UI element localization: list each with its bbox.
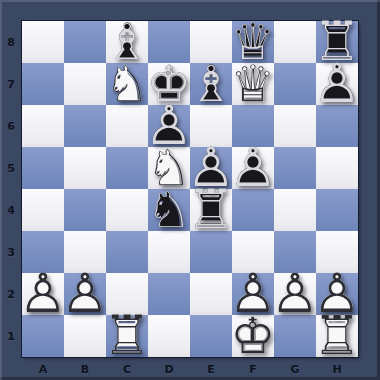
white-rook-detail-icon: ♖ — [316, 315, 358, 357]
square-e2[interactable] — [190, 273, 232, 315]
square-h4[interactable] — [316, 189, 358, 231]
file-label-a: A — [22, 358, 64, 380]
square-b4[interactable] — [64, 189, 106, 231]
square-g4[interactable] — [274, 189, 316, 231]
file-label-d: D — [148, 358, 190, 380]
square-b6[interactable] — [64, 105, 106, 147]
piece-black-rook[interactable]: ♜♖ — [190, 189, 232, 231]
piece-white-pawn[interactable]: ♟♙ — [64, 273, 106, 315]
square-a7[interactable] — [22, 63, 64, 105]
piece-white-rook[interactable]: ♜♖ — [106, 315, 148, 357]
square-h1[interactable]: ♜♖ — [316, 315, 358, 357]
chess-board: ♝♗♛♕♜♖♞♘♚♔♝♗♛♕♟♙♟♙♞♘♟♙♟♙♞♘♜♖♟♙♟♙♟♙♟♙♟♙♜♖… — [22, 21, 358, 357]
square-f7[interactable]: ♛♕ — [232, 63, 274, 105]
black-rook-detail-icon: ♖ — [190, 189, 232, 231]
square-g8[interactable] — [274, 21, 316, 63]
square-g2[interactable]: ♟♙ — [274, 273, 316, 315]
square-b5[interactable] — [64, 147, 106, 189]
chess-board-frame: 87654321 ABCDEFGH ♝♗♛♕♜♖♞♘♚♔♝♗♛♕♟♙♟♙♞♘♟♙… — [0, 0, 380, 380]
rank-label-6: 6 — [0, 105, 22, 147]
square-d1[interactable] — [148, 315, 190, 357]
piece-black-pawn[interactable]: ♟♙ — [316, 63, 358, 105]
file-label-b: B — [64, 358, 106, 380]
square-b8[interactable] — [64, 21, 106, 63]
piece-black-pawn[interactable]: ♟♙ — [232, 147, 274, 189]
square-c7[interactable]: ♞♘ — [106, 63, 148, 105]
piece-white-queen[interactable]: ♛♕ — [232, 63, 274, 105]
square-e7[interactable]: ♝♗ — [190, 63, 232, 105]
rank-label-8: 8 — [0, 21, 22, 63]
piece-white-pawn[interactable]: ♟♙ — [274, 273, 316, 315]
rank-label-5: 5 — [0, 147, 22, 189]
square-a6[interactable] — [22, 105, 64, 147]
piece-black-bishop[interactable]: ♝♗ — [190, 63, 232, 105]
black-knight-detail-icon: ♘ — [148, 189, 190, 231]
square-a2[interactable]: ♟♙ — [22, 273, 64, 315]
white-pawn-detail-icon: ♙ — [22, 273, 64, 315]
square-h7[interactable]: ♟♙ — [316, 63, 358, 105]
square-a8[interactable] — [22, 21, 64, 63]
file-label-g: G — [274, 358, 316, 380]
square-f1[interactable]: ♚♔ — [232, 315, 274, 357]
white-pawn-detail-icon: ♙ — [64, 273, 106, 315]
piece-white-knight[interactable]: ♞♘ — [106, 63, 148, 105]
square-c5[interactable] — [106, 147, 148, 189]
piece-white-pawn[interactable]: ♟♙ — [22, 273, 64, 315]
square-d4[interactable]: ♞♘ — [148, 189, 190, 231]
piece-white-king[interactable]: ♚♔ — [232, 315, 274, 357]
white-rook-detail-icon: ♖ — [106, 315, 148, 357]
square-a4[interactable] — [22, 189, 64, 231]
square-f5[interactable]: ♟♙ — [232, 147, 274, 189]
piece-white-rook[interactable]: ♜♖ — [316, 315, 358, 357]
square-e4[interactable]: ♜♖ — [190, 189, 232, 231]
black-pawn-detail-icon: ♙ — [232, 147, 274, 189]
square-b2[interactable]: ♟♙ — [64, 273, 106, 315]
square-c3[interactable] — [106, 231, 148, 273]
square-a5[interactable] — [22, 147, 64, 189]
square-g6[interactable] — [274, 105, 316, 147]
black-pawn-detail-icon: ♙ — [316, 63, 358, 105]
square-b7[interactable] — [64, 63, 106, 105]
square-g7[interactable] — [274, 63, 316, 105]
file-labels: ABCDEFGH — [22, 358, 358, 380]
square-e1[interactable] — [190, 315, 232, 357]
file-label-e: E — [190, 358, 232, 380]
square-g5[interactable] — [274, 147, 316, 189]
piece-black-knight[interactable]: ♞♘ — [148, 189, 190, 231]
rank-label-7: 7 — [0, 63, 22, 105]
white-king-detail-icon: ♔ — [232, 315, 274, 357]
square-d2[interactable] — [148, 273, 190, 315]
black-bishop-detail-icon: ♗ — [190, 63, 232, 105]
square-c1[interactable]: ♜♖ — [106, 315, 148, 357]
white-queen-detail-icon: ♕ — [232, 63, 274, 105]
white-pawn-detail-icon: ♙ — [274, 273, 316, 315]
square-c4[interactable] — [106, 189, 148, 231]
white-knight-detail-icon: ♘ — [106, 63, 148, 105]
square-h5[interactable] — [316, 147, 358, 189]
rank-label-4: 4 — [0, 189, 22, 231]
